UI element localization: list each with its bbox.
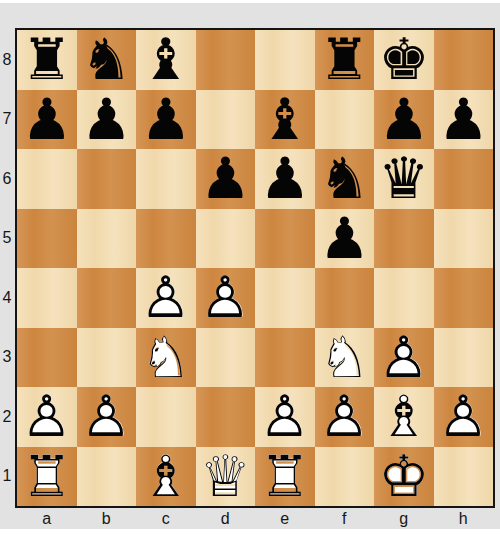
piece-white-bishop[interactable]: ♗ (374, 387, 434, 447)
square-h4[interactable] (434, 268, 494, 328)
piece-black-rook[interactable]: ♜ (17, 30, 77, 90)
square-f3[interactable]: ♞♘ (315, 328, 375, 388)
piece-white-pawn[interactable]: ♙ (196, 268, 256, 328)
square-b1[interactable] (77, 447, 137, 507)
rank-label-8: 8 (0, 30, 14, 90)
square-c4[interactable]: ♟♙ (136, 268, 196, 328)
rank-label-5: 5 (0, 209, 14, 269)
square-h6[interactable] (434, 149, 494, 209)
square-g1[interactable]: ♚♔ (374, 447, 434, 507)
square-g8[interactable]: ♚ (374, 30, 434, 90)
piece-black-rook[interactable]: ♜ (315, 30, 375, 90)
square-e1[interactable]: ♜♖ (255, 447, 315, 507)
square-b4[interactable] (77, 268, 137, 328)
file-label-b: b (77, 508, 137, 529)
piece-black-king[interactable]: ♚ (374, 30, 434, 90)
piece-white-pawn[interactable]: ♙ (374, 328, 434, 388)
square-e2[interactable]: ♟♙ (255, 387, 315, 447)
chess-board: ♜♞♝♜♚♟♟♟♝♟♟♟♟♞♛♟♟♙♟♙♞♘♞♘♟♙♟♙♟♙♟♙♟♙♝♗♟♙♜♖… (17, 30, 493, 506)
piece-white-king[interactable]: ♔ (374, 447, 434, 507)
square-g7[interactable]: ♟ (374, 90, 434, 150)
square-h3[interactable] (434, 328, 494, 388)
square-f6[interactable]: ♞ (315, 149, 375, 209)
square-e8[interactable] (255, 30, 315, 90)
square-a3[interactable] (17, 328, 77, 388)
piece-black-bishop[interactable]: ♝ (136, 30, 196, 90)
piece-black-pawn[interactable]: ♟ (196, 149, 256, 209)
square-e4[interactable] (255, 268, 315, 328)
piece-white-pawn[interactable]: ♙ (434, 387, 494, 447)
square-a4[interactable] (17, 268, 77, 328)
square-g5[interactable] (374, 209, 434, 269)
square-e3[interactable] (255, 328, 315, 388)
piece-white-pawn[interactable]: ♙ (255, 387, 315, 447)
square-c3[interactable]: ♞♘ (136, 328, 196, 388)
file-label-e: e (255, 508, 315, 529)
square-h8[interactable] (434, 30, 494, 90)
square-a2[interactable]: ♟♙ (17, 387, 77, 447)
square-c2[interactable] (136, 387, 196, 447)
square-c1[interactable]: ♝♗ (136, 447, 196, 507)
square-d2[interactable] (196, 387, 256, 447)
square-h7[interactable]: ♟ (434, 90, 494, 150)
square-e6[interactable]: ♟ (255, 149, 315, 209)
rank-label-4: 4 (0, 268, 14, 328)
piece-white-knight[interactable]: ♘ (315, 328, 375, 388)
rank-label-3: 3 (0, 328, 14, 388)
square-b7[interactable]: ♟ (77, 90, 137, 150)
square-e7[interactable]: ♝ (255, 90, 315, 150)
square-a7[interactable]: ♟ (17, 90, 77, 150)
square-g3[interactable]: ♟♙ (374, 328, 434, 388)
square-h1[interactable] (434, 447, 494, 507)
square-g4[interactable] (374, 268, 434, 328)
rank-label-6: 6 (0, 149, 14, 209)
piece-white-pawn[interactable]: ♙ (315, 387, 375, 447)
square-f5[interactable]: ♟ (315, 209, 375, 269)
piece-black-pawn[interactable]: ♟ (17, 90, 77, 150)
square-c8[interactable]: ♝ (136, 30, 196, 90)
piece-black-pawn[interactable]: ♟ (136, 90, 196, 150)
square-h2[interactable]: ♟♙ (434, 387, 494, 447)
file-label-a: a (17, 508, 77, 529)
piece-white-bishop[interactable]: ♗ (136, 447, 196, 507)
square-b6[interactable] (77, 149, 137, 209)
square-b2[interactable]: ♟♙ (77, 387, 137, 447)
file-label-h: h (434, 508, 494, 529)
square-f2[interactable]: ♟♙ (315, 387, 375, 447)
file-label-d: d (196, 508, 256, 529)
piece-black-bishop[interactable]: ♝ (255, 90, 315, 150)
square-f1[interactable] (315, 447, 375, 507)
piece-white-knight[interactable]: ♘ (136, 328, 196, 388)
square-c7[interactable]: ♟ (136, 90, 196, 150)
piece-black-knight[interactable]: ♞ (315, 149, 375, 209)
square-h5[interactable] (434, 209, 494, 269)
square-g2[interactable]: ♝♗ (374, 387, 434, 447)
piece-black-pawn[interactable]: ♟ (374, 90, 434, 150)
square-a1[interactable]: ♜♖ (17, 447, 77, 507)
rank-label-1: 1 (0, 447, 14, 507)
square-f8[interactable]: ♜ (315, 30, 375, 90)
square-d4[interactable]: ♟♙ (196, 268, 256, 328)
square-f4[interactable] (315, 268, 375, 328)
board-frame: ♜♞♝♜♚♟♟♟♝♟♟♟♟♞♛♟♟♙♟♙♞♘♞♘♟♙♟♙♟♙♟♙♟♙♝♗♟♙♜♖… (15, 28, 495, 508)
square-d6[interactable]: ♟ (196, 149, 256, 209)
piece-white-rook[interactable]: ♖ (255, 447, 315, 507)
square-a6[interactable] (17, 149, 77, 209)
piece-white-pawn[interactable]: ♙ (136, 268, 196, 328)
square-f7[interactable] (315, 90, 375, 150)
piece-white-pawn[interactable]: ♙ (17, 387, 77, 447)
piece-black-pawn[interactable]: ♟ (77, 90, 137, 150)
piece-black-pawn[interactable]: ♟ (315, 209, 375, 269)
square-b8[interactable]: ♞ (77, 30, 137, 90)
square-a8[interactable]: ♜ (17, 30, 77, 90)
square-d7[interactable] (196, 90, 256, 150)
square-d8[interactable] (196, 30, 256, 90)
file-label-g: g (374, 508, 434, 529)
square-b5[interactable] (77, 209, 137, 269)
piece-black-queen[interactable]: ♛ (374, 149, 434, 209)
piece-black-pawn[interactable]: ♟ (434, 90, 494, 150)
file-label-c: c (136, 508, 196, 529)
rank-label-2: 2 (0, 387, 14, 447)
file-label-f: f (315, 508, 375, 529)
square-d5[interactable] (196, 209, 256, 269)
square-a5[interactable] (17, 209, 77, 269)
square-c6[interactable] (136, 149, 196, 209)
piece-white-queen[interactable]: ♕ (196, 447, 256, 507)
piece-white-pawn[interactable]: ♙ (77, 387, 137, 447)
square-c5[interactable] (136, 209, 196, 269)
piece-black-knight[interactable]: ♞ (77, 30, 137, 90)
chess-diagram: ♜♞♝♜♚♟♟♟♝♟♟♟♟♞♛♟♟♙♟♙♞♘♞♘♟♙♟♙♟♙♟♙♟♙♝♗♟♙♜♖… (0, 0, 500, 536)
square-b3[interactable] (77, 328, 137, 388)
square-e5[interactable] (255, 209, 315, 269)
square-g6[interactable]: ♛ (374, 149, 434, 209)
square-d1[interactable]: ♛♕ (196, 447, 256, 507)
piece-white-rook[interactable]: ♖ (17, 447, 77, 507)
square-d3[interactable] (196, 328, 256, 388)
rank-label-7: 7 (0, 90, 14, 150)
piece-black-pawn[interactable]: ♟ (255, 149, 315, 209)
